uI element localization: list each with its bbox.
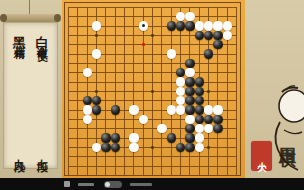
white-stone (139, 115, 148, 124)
black-stone (185, 133, 194, 142)
white-stone (157, 124, 166, 133)
white-stone (195, 124, 204, 133)
black-stone (195, 105, 204, 114)
white-stone (213, 105, 222, 114)
star-point (151, 146, 154, 149)
player-label-text (130, 183, 152, 186)
white-stone (223, 21, 232, 30)
black-player-rank: 九段 (14, 150, 25, 154)
black-stone (204, 49, 213, 58)
white-stone (213, 21, 222, 30)
white-stone (204, 21, 213, 30)
white-stone (83, 115, 92, 124)
video-frame: 白 谢依旻 七段 黑 崔精 九段 小大 围棋 (0, 0, 304, 190)
black-stone (213, 115, 222, 124)
white-stone (129, 105, 138, 114)
black-stone (111, 133, 120, 142)
black-stone (83, 96, 92, 105)
seal-text: 小大 (257, 155, 266, 157)
black-stone (176, 21, 185, 30)
black-stone (213, 40, 222, 49)
black-stone (185, 105, 194, 114)
white-stone (92, 49, 101, 58)
black-stone (195, 77, 204, 86)
red-seal-stamp: 小大 (251, 141, 272, 171)
black-stone (185, 77, 194, 86)
black-stone (167, 21, 176, 30)
player-time-text (78, 183, 94, 186)
black-stone (185, 87, 194, 96)
white-player-column: 白 谢依旻 七段 (31, 26, 53, 154)
video-player-bar (0, 178, 304, 190)
white-stone (167, 49, 176, 58)
white-stone (195, 133, 204, 142)
black-stone (185, 124, 194, 133)
star-point (95, 90, 98, 93)
white-stone (176, 105, 185, 114)
star-point (207, 90, 210, 93)
black-stone (185, 59, 194, 68)
black-stone (185, 96, 194, 105)
black-player-column: 黑 崔精 九段 (8, 26, 30, 154)
black-stone (101, 133, 110, 142)
calligraphy-signature: 围棋 (276, 134, 300, 138)
black-stone (111, 105, 120, 114)
scroll-string (29, 0, 30, 15)
white-stone (92, 21, 101, 30)
black-stone (213, 124, 222, 133)
white-stone (83, 105, 92, 114)
danmaku-toggle[interactable] (104, 181, 122, 188)
white-player-name: 谢依旻 (37, 37, 48, 43)
white-stone (204, 105, 213, 114)
white-stone (176, 77, 185, 86)
white-color-label: 白 (36, 26, 49, 28)
white-stone (185, 115, 194, 124)
black-stone (213, 31, 222, 40)
black-stone (204, 115, 213, 124)
scroll-rod (2, 14, 59, 22)
black-stone (195, 87, 204, 96)
black-player-name: 崔精 (14, 37, 25, 41)
white-stone (167, 105, 176, 114)
white-stone (223, 31, 232, 40)
white-stone (185, 68, 194, 77)
white-stone (92, 143, 101, 152)
channel-logo-panel: 小大 围棋 (245, 0, 304, 178)
white-stone (176, 87, 185, 96)
white-stone (195, 143, 204, 152)
player-menu-icon[interactable] (64, 181, 70, 187)
black-stone (111, 143, 120, 152)
black-stone (185, 21, 194, 30)
white-stone (195, 21, 204, 30)
star-point (151, 90, 154, 93)
white-player-rank: 七段 (37, 150, 48, 154)
white-stone (185, 12, 194, 21)
black-stone (204, 31, 213, 40)
white-stone (83, 68, 92, 77)
black-stone (195, 31, 204, 40)
black-stone (185, 143, 194, 152)
black-stone (195, 96, 204, 105)
black-stone (176, 143, 185, 152)
black-stone (101, 143, 110, 152)
white-stone (129, 133, 138, 142)
go-board (62, 0, 245, 178)
star-point (207, 146, 210, 149)
white-stone (129, 143, 138, 152)
players-scroll-panel: 白 谢依旻 七段 黑 崔精 九段 (0, 0, 62, 178)
star-point (151, 34, 154, 37)
black-stone (92, 105, 101, 114)
black-stone (167, 133, 176, 142)
red-dot-marker (142, 43, 145, 46)
black-stone (195, 115, 204, 124)
black-color-label: 黑 (13, 26, 26, 28)
star-point (95, 34, 98, 37)
